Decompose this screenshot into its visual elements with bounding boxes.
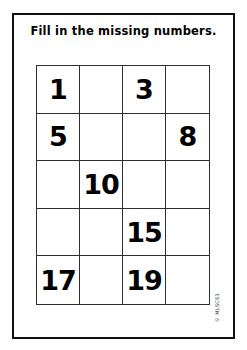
grid-cell-r4c1[interactable] bbox=[37, 209, 80, 257]
grid-cell-r3c2: 10 bbox=[80, 161, 123, 209]
grid-cell-r2c4: 8 bbox=[166, 114, 209, 162]
grid-cell-r1c4[interactable] bbox=[166, 66, 209, 114]
grid-cell-r1c1: 1 bbox=[37, 66, 80, 114]
grid-cell-r4c3: 15 bbox=[123, 209, 166, 257]
grid-cell-r1c3: 3 bbox=[123, 66, 166, 114]
grid-cell-r3c4[interactable] bbox=[166, 161, 209, 209]
grid-cell-r2c1: 5 bbox=[37, 114, 80, 162]
grid-cell-r5c1: 17 bbox=[37, 256, 80, 304]
worksheet-title: Fill in the missing numbers. bbox=[12, 24, 235, 38]
worksheet-page: Fill in the missing numbers. 1 3 5 8 10 … bbox=[0, 0, 247, 350]
grid-cell-r2c3[interactable] bbox=[123, 114, 166, 162]
copyright-text: © MLSCE3 bbox=[214, 293, 220, 323]
grid-cell-r4c4[interactable] bbox=[166, 209, 209, 257]
grid-cell-r5c4[interactable] bbox=[166, 256, 209, 304]
grid-cell-r4c2[interactable] bbox=[80, 209, 123, 257]
number-grid: 1 3 5 8 10 15 17 19 bbox=[36, 65, 210, 305]
grid-cell-r5c2[interactable] bbox=[80, 256, 123, 304]
grid-cell-r1c2[interactable] bbox=[80, 66, 123, 114]
grid-cell-r2c2[interactable] bbox=[80, 114, 123, 162]
grid-cell-r5c3: 19 bbox=[123, 256, 166, 304]
grid-cell-r3c3[interactable] bbox=[123, 161, 166, 209]
grid-cell-r3c1[interactable] bbox=[37, 161, 80, 209]
